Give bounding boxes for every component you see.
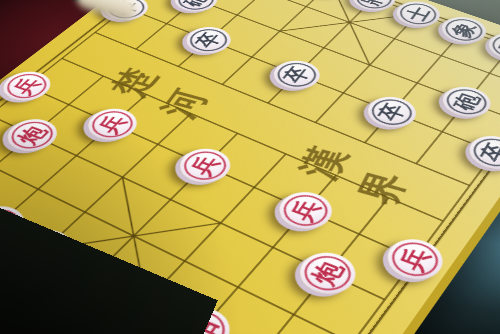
piece-glyph: 炮: [308, 258, 348, 288]
piece-glyph: 兵: [94, 113, 130, 136]
piece-glyph: 卒: [192, 31, 225, 50]
piece-glyph: 兵: [396, 245, 435, 274]
piece-glyph: 將: [359, 0, 389, 7]
photo-scene: 楚河漢界車馬象士將士象馬車砲砲卒卒卒卒卒兵兵兵兵兵炮炮車馬相士帥士相馬車: [0, 0, 500, 334]
piece-glyph: 卒: [280, 64, 313, 85]
piece-glyph: 馬: [496, 37, 500, 57]
river-label: 漢: [289, 141, 357, 185]
piece-glyph: 炮: [13, 123, 50, 146]
piece-glyph: 兵: [287, 197, 325, 224]
river-label: 河: [150, 84, 216, 123]
piece-glyph: 砲: [180, 0, 211, 8]
river-label: 界: [348, 165, 416, 211]
piece-glyph: 卒: [375, 101, 409, 123]
piece-glyph: 象: [449, 21, 480, 40]
piece-glyph: 兵: [186, 153, 223, 178]
piece-glyph: 砲: [450, 91, 483, 113]
piece-glyph: 兵: [9, 75, 45, 96]
piece-glyph: 士: [403, 5, 434, 23]
river-label: 楚: [101, 64, 166, 101]
piece-glyph: 卒: [477, 140, 500, 164]
